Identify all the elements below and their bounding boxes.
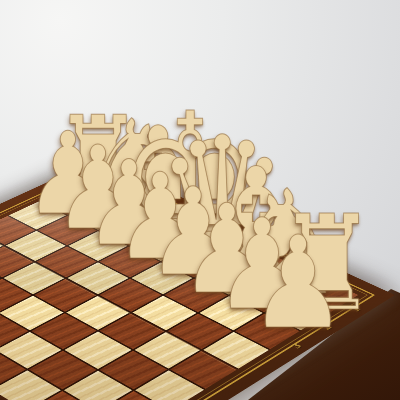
pieces-layer: ♜♞♝♛♚♝♞♜♟♟♟♟♟♟♟♟ bbox=[0, 0, 400, 400]
chess-photo-scene: 123 ♜♞♝♛♚♝♞♜♟♟♟♟♟♟♟♟ bbox=[0, 0, 400, 400]
piece-white-pawn-a2[interactable]: ♟ bbox=[249, 220, 346, 347]
